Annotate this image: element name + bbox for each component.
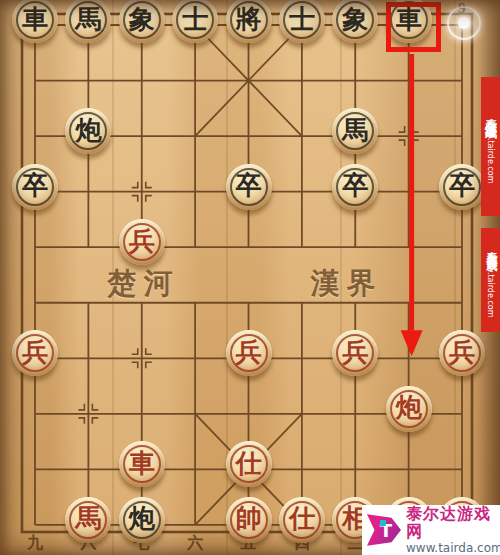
watermark-bottom-title: 泰尔达游戏网 [406, 505, 500, 542]
piece-black-soldier[interactable]: 卒 [332, 164, 378, 210]
watermark-side-mid-url: www.tairde.com [486, 253, 495, 317]
piece-red-horse[interactable]: 馬 [65, 497, 111, 543]
piece-red-soldier[interactable]: 兵 [119, 219, 165, 265]
river-label-right: 漢 界 [310, 264, 375, 304]
move-origin-glow [447, 6, 481, 40]
piece-glyph: 帥 [226, 496, 272, 542]
piece-red-chariot[interactable]: 車 [119, 441, 165, 487]
piece-glyph: 兵 [226, 329, 272, 375]
piece-red-advisor[interactable]: 仕 [279, 497, 325, 543]
piece-glyph: 馬 [65, 496, 111, 542]
piece-black-cannon[interactable]: 炮 [65, 108, 111, 154]
piece-glyph: 卒 [226, 163, 272, 209]
piece-glyph: 卒 [12, 163, 58, 209]
piece-black-general[interactable]: 將 [226, 0, 272, 43]
watermark-side-mid-title: 泰尔达游戏 [483, 243, 498, 253]
piece-glyph: 士 [172, 0, 218, 42]
piece-glyph: 兵 [332, 329, 378, 375]
piece-black-elephant[interactable]: 象 [119, 0, 165, 43]
piece-glyph: 將 [226, 0, 272, 42]
piece-black-advisor[interactable]: 士 [279, 0, 325, 43]
piece-black-horse[interactable]: 馬 [65, 0, 111, 43]
piece-glyph: 炮 [386, 385, 432, 431]
watermark-bottom-url: www.tairda.com [406, 542, 500, 555]
piece-red-general[interactable]: 帥 [226, 497, 272, 543]
watermark-side-top-title: 泰尔达游戏 [482, 109, 499, 119]
piece-red-soldier[interactable]: 兵 [439, 330, 485, 376]
piece-glyph: 車 [12, 0, 58, 42]
watermark-bottom-banner: T 泰尔达游戏网 www.tairda.com [362, 505, 500, 555]
bottom-file-label-4: 六 [187, 533, 203, 554]
piece-red-soldier[interactable]: 兵 [12, 330, 58, 376]
piece-glyph: 炮 [65, 107, 111, 153]
tairda-logo-icon: T [367, 513, 401, 547]
watermark-side-top: 泰尔达游戏 www.tairde.com [481, 77, 500, 216]
piece-red-soldier[interactable]: 兵 [332, 330, 378, 376]
piece-glyph: 仕 [226, 440, 272, 486]
watermark-side-top-url: www.tairde.com [486, 119, 495, 183]
piece-glyph: 象 [119, 0, 165, 42]
river-label-left: 楚 河 [107, 264, 172, 304]
piece-glyph: 炮 [119, 496, 165, 542]
piece-glyph: 兵 [12, 329, 58, 375]
piece-glyph: 兵 [119, 218, 165, 264]
piece-red-cannon[interactable]: 炮 [386, 386, 432, 432]
piece-glyph: 卒 [439, 163, 485, 209]
piece-black-soldier[interactable]: 卒 [12, 164, 58, 210]
piece-black-soldier[interactable]: 卒 [226, 164, 272, 210]
piece-glyph: 士 [279, 0, 325, 42]
bottom-file-label-1: 九 [27, 533, 43, 554]
highlight-box [386, 2, 441, 52]
piece-glyph: 馬 [332, 107, 378, 153]
piece-glyph: 象 [332, 0, 378, 42]
tairda-logo-dot [380, 520, 386, 526]
piece-black-elephant[interactable]: 象 [332, 0, 378, 43]
piece-glyph: 馬 [65, 0, 111, 42]
piece-red-advisor[interactable]: 仕 [226, 441, 272, 487]
piece-red-soldier[interactable]: 兵 [226, 330, 272, 376]
piece-glyph: 卒 [332, 163, 378, 209]
piece-glyph: 車 [119, 440, 165, 486]
piece-glyph: 仕 [279, 496, 325, 542]
watermark-side-mid: 泰尔达游戏 www.tairde.com [481, 228, 500, 332]
piece-glyph: 兵 [439, 329, 485, 375]
piece-black-horse[interactable]: 馬 [332, 108, 378, 154]
piece-black-cannon[interactable]: 炮 [119, 497, 165, 543]
piece-black-advisor[interactable]: 士 [172, 0, 218, 43]
piece-black-soldier[interactable]: 卒 [439, 164, 485, 210]
piece-black-chariot[interactable]: 車 [12, 0, 58, 43]
xiangqi-game-screen: 楚 河 漢 界 123456789九八七六五四三二一 車馬象士將士象車炮馬卒卒卒… [0, 0, 500, 555]
